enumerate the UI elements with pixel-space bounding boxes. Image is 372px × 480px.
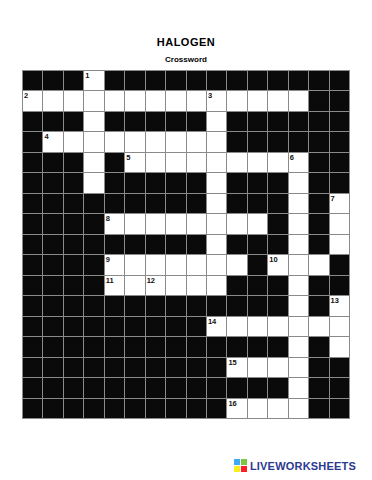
- cell-r16c6: [125, 378, 144, 397]
- cell-r6c4[interactable]: [84, 173, 103, 192]
- cell-r7c15: [309, 194, 328, 213]
- cell-r13c15[interactable]: [309, 317, 328, 336]
- cell-r4c1: [23, 132, 42, 151]
- cell-r7c4: [84, 194, 103, 213]
- cell-r8c15: [309, 214, 328, 233]
- cell-r10c6[interactable]: [125, 255, 144, 274]
- cell-r12c4: [84, 296, 103, 315]
- cell-r6c7: [146, 173, 165, 192]
- cell-r13c2: [43, 317, 62, 336]
- cell-r17c16: [330, 399, 349, 418]
- clue-number-15: 15: [228, 358, 236, 367]
- cell-r9c15: [309, 235, 328, 254]
- cell-r6c15: [309, 173, 328, 192]
- cell-r15c12[interactable]: [248, 358, 267, 377]
- cell-r11c2: [43, 276, 62, 295]
- cell-r9c10[interactable]: [207, 235, 226, 254]
- cell-r15c6: [125, 358, 144, 377]
- cell-r12c11: [227, 296, 246, 315]
- cell-r8c3: [64, 214, 83, 233]
- cell-r3c11: [227, 112, 246, 131]
- cell-r14c8: [166, 337, 185, 356]
- cell-r10c9[interactable]: [187, 255, 206, 274]
- cell-r5c10[interactable]: [207, 153, 226, 172]
- cell-r5c1: [23, 153, 42, 172]
- cell-r2c2[interactable]: [43, 91, 62, 110]
- cell-r16c3: [64, 378, 83, 397]
- cell-r8c13: [268, 214, 287, 233]
- cell-r1c12: [248, 71, 267, 90]
- cell-r9c2: [43, 235, 62, 254]
- clue-number-8: 8: [106, 214, 110, 223]
- cell-r11c8[interactable]: [166, 276, 185, 295]
- cell-r12c14[interactable]: [289, 296, 308, 315]
- liveworksheets-logo-icon: [234, 459, 247, 472]
- cell-r4c14: [289, 132, 308, 151]
- clue-number-11: 11: [106, 276, 114, 285]
- cell-r6c1: [23, 173, 42, 192]
- cell-r15c15: [309, 358, 328, 377]
- cell-r4c9[interactable]: [187, 132, 206, 151]
- cell-r17c8: [166, 399, 185, 418]
- cell-r3c1: [23, 112, 42, 131]
- cell-r1c7: [146, 71, 165, 90]
- cell-r14c3: [64, 337, 83, 356]
- cell-r8c5[interactable]: 8: [105, 214, 124, 233]
- cell-r2c11[interactable]: [227, 91, 246, 110]
- cell-r17c13[interactable]: [268, 399, 287, 418]
- cell-r9c7: [146, 235, 165, 254]
- cell-r14c5: [105, 337, 124, 356]
- clue-number-14: 14: [208, 317, 216, 326]
- cell-r11c12: [248, 276, 267, 295]
- cell-r12c5: [105, 296, 124, 315]
- cell-r14c11: [227, 337, 246, 356]
- cell-r5c16: [330, 153, 349, 172]
- cell-r15c13[interactable]: [268, 358, 287, 377]
- cell-r11c15: [309, 276, 328, 295]
- cell-r17c11[interactable]: 16: [227, 399, 246, 418]
- cell-r14c12: [248, 337, 267, 356]
- cell-r8c9[interactable]: [187, 214, 206, 233]
- cell-r6c2: [43, 173, 62, 192]
- cell-r15c5: [105, 358, 124, 377]
- cell-r1c5: [105, 71, 124, 90]
- cell-r5c13[interactable]: [268, 153, 287, 172]
- cell-r2c14[interactable]: [289, 91, 308, 110]
- cell-r15c1: [23, 358, 42, 377]
- cell-r5c3: [64, 153, 83, 172]
- clue-number-2: 2: [24, 91, 28, 100]
- logo-quadrant-2: [234, 466, 240, 472]
- cell-r12c15: [309, 296, 328, 315]
- cell-r4c12: [248, 132, 267, 151]
- cell-r4c8[interactable]: [166, 132, 185, 151]
- cell-r15c2: [43, 358, 62, 377]
- cell-r5c8[interactable]: [166, 153, 185, 172]
- cell-r7c16[interactable]: 7: [330, 194, 349, 213]
- cell-r5c4[interactable]: [84, 153, 103, 172]
- clue-number-7: 7: [331, 194, 335, 203]
- cell-r6c11: [227, 173, 246, 192]
- cell-r16c9: [187, 378, 206, 397]
- cell-r17c3: [64, 399, 83, 418]
- cell-r9c9: [187, 235, 206, 254]
- cell-r12c8: [166, 296, 185, 315]
- cell-r11c13: [268, 276, 287, 295]
- cell-r2c5[interactable]: [105, 91, 124, 110]
- cell-r1c13: [268, 71, 287, 90]
- cell-r1c15: [309, 71, 328, 90]
- cell-r15c9: [187, 358, 206, 377]
- cell-r12c9: [187, 296, 206, 315]
- cell-r13c5: [105, 317, 124, 336]
- cell-r7c2: [43, 194, 62, 213]
- cell-r8c2: [43, 214, 62, 233]
- cell-r10c12: [248, 255, 267, 274]
- cell-r4c10[interactable]: [207, 132, 226, 151]
- cell-r4c11: [227, 132, 246, 151]
- cell-r8c6[interactable]: [125, 214, 144, 233]
- cell-r13c9: [187, 317, 206, 336]
- cell-r3c5: [105, 112, 124, 131]
- clue-number-5: 5: [126, 153, 130, 162]
- cell-r4c4[interactable]: [84, 132, 103, 151]
- cell-r10c5[interactable]: 9: [105, 255, 124, 274]
- cell-r7c7: [146, 194, 165, 213]
- cell-r17c1: [23, 399, 42, 418]
- cell-r7c8: [166, 194, 185, 213]
- page-title: HALOGEN: [0, 36, 372, 48]
- cell-r9c14[interactable]: [289, 235, 308, 254]
- cell-r8c16[interactable]: [330, 214, 349, 233]
- cell-r4c7[interactable]: [146, 132, 165, 151]
- clue-number-1: 1: [85, 71, 89, 80]
- cell-r7c1: [23, 194, 42, 213]
- cell-r7c11: [227, 194, 246, 213]
- cell-r10c14[interactable]: [289, 255, 308, 274]
- brand-footer: LIVEWORKSHEETS: [234, 459, 356, 472]
- clue-number-4: 4: [44, 132, 48, 141]
- cell-r11c3: [64, 276, 83, 295]
- cell-r12c1: [23, 296, 42, 315]
- cell-r15c8: [166, 358, 185, 377]
- cell-r15c11[interactable]: 15: [227, 358, 246, 377]
- cell-r10c2: [43, 255, 62, 274]
- cell-r10c15[interactable]: [309, 255, 328, 274]
- cell-r7c13: [268, 194, 287, 213]
- cell-r17c2: [43, 399, 62, 418]
- brand-text: LIVEWORKSHEETS: [250, 460, 356, 472]
- cell-r6c5: [105, 173, 124, 192]
- cell-r7c3: [64, 194, 83, 213]
- cell-r6c12: [248, 173, 267, 192]
- cell-r4c15: [309, 132, 328, 151]
- cell-r9c12: [248, 235, 267, 254]
- cell-r7c6: [125, 194, 144, 213]
- cell-r4c6[interactable]: [125, 132, 144, 151]
- cell-r13c10[interactable]: 14: [207, 317, 226, 336]
- cell-r2c7[interactable]: [146, 91, 165, 110]
- cell-r10c10[interactable]: [207, 255, 226, 274]
- cell-r9c6: [125, 235, 144, 254]
- cell-r5c14[interactable]: 6: [289, 153, 308, 172]
- cell-r11c6[interactable]: [125, 276, 144, 295]
- cell-r2c10[interactable]: 3: [207, 91, 226, 110]
- cell-r1c10: [207, 71, 226, 90]
- logo-quadrant-3: [241, 466, 247, 472]
- logo-quadrant-1: [241, 459, 247, 465]
- cell-r5c9[interactable]: [187, 153, 206, 172]
- cell-r2c16: [330, 91, 349, 110]
- cell-r1c16: [330, 71, 349, 90]
- cell-r6c6: [125, 173, 144, 192]
- cell-r14c7: [146, 337, 165, 356]
- cell-r16c1: [23, 378, 42, 397]
- cell-r14c4: [84, 337, 103, 356]
- cell-r13c4: [84, 317, 103, 336]
- cell-r13c13[interactable]: [268, 317, 287, 336]
- cell-r1c14: [289, 71, 308, 90]
- cell-r12c6: [125, 296, 144, 315]
- cell-r11c5[interactable]: 11: [105, 276, 124, 295]
- cell-r7c5: [105, 194, 124, 213]
- cell-r17c5: [105, 399, 124, 418]
- cell-r15c7: [146, 358, 165, 377]
- cell-r16c14[interactable]: [289, 378, 308, 397]
- cell-r16c10: [207, 378, 226, 397]
- cell-r2c9[interactable]: [187, 91, 206, 110]
- cell-r9c8: [166, 235, 185, 254]
- cell-r2c15: [309, 91, 328, 110]
- cell-r2c1[interactable]: 2: [23, 91, 42, 110]
- clue-number-16: 16: [228, 399, 236, 408]
- cell-r6c13: [268, 173, 287, 192]
- cell-r3c16: [330, 112, 349, 131]
- cell-r11c10[interactable]: [207, 276, 226, 295]
- cell-r12c12: [248, 296, 267, 315]
- cell-r8c4: [84, 214, 103, 233]
- cell-r13c14[interactable]: [289, 317, 308, 336]
- cell-r16c8: [166, 378, 185, 397]
- cell-r3c3: [64, 112, 83, 131]
- cell-r3c2: [43, 112, 62, 131]
- cell-r4c3[interactable]: [64, 132, 83, 151]
- cell-r3c14: [289, 112, 308, 131]
- cell-r4c5[interactable]: [105, 132, 124, 151]
- cell-r1c9: [187, 71, 206, 90]
- cell-r17c12[interactable]: [248, 399, 267, 418]
- cell-r8c7[interactable]: [146, 214, 165, 233]
- cell-r12c16[interactable]: 13: [330, 296, 349, 315]
- cell-r5c15: [309, 153, 328, 172]
- clue-number-9: 9: [106, 255, 110, 264]
- cell-r11c7[interactable]: 12: [146, 276, 165, 295]
- cell-r9c3: [64, 235, 83, 254]
- cell-r3c15: [309, 112, 328, 131]
- cell-r1c3: [64, 71, 83, 90]
- cell-r8c14[interactable]: [289, 214, 308, 233]
- cell-r10c1: [23, 255, 42, 274]
- cell-r5c5: [105, 153, 124, 172]
- cell-r17c7: [146, 399, 165, 418]
- cell-r2c8[interactable]: [166, 91, 185, 110]
- page-subtitle: Crossword: [0, 55, 372, 64]
- cell-r14c16[interactable]: [330, 337, 349, 356]
- cell-r13c11[interactable]: [227, 317, 246, 336]
- cell-r1c8: [166, 71, 185, 90]
- cell-r3c12: [248, 112, 267, 131]
- cell-r14c14[interactable]: [289, 337, 308, 356]
- cell-r3c8: [166, 112, 185, 131]
- cell-r16c13: [268, 378, 287, 397]
- cell-r7c9: [187, 194, 206, 213]
- cell-r10c8[interactable]: [166, 255, 185, 274]
- cell-r11c9[interactable]: [187, 276, 206, 295]
- cell-r10c13[interactable]: 10: [268, 255, 287, 274]
- cell-r16c12: [248, 378, 267, 397]
- cell-r15c14[interactable]: [289, 358, 308, 377]
- cell-r9c16[interactable]: [330, 235, 349, 254]
- worksheet-page: HALOGEN Crossword 1234567891011121314151…: [0, 0, 372, 480]
- cell-r1c4[interactable]: 1: [84, 71, 103, 90]
- cell-r15c16: [330, 358, 349, 377]
- cell-r14c10: [207, 337, 226, 356]
- cell-r7c10[interactable]: [207, 194, 226, 213]
- cell-r11c14[interactable]: [289, 276, 308, 295]
- clue-number-13: 13: [331, 296, 339, 305]
- cell-r16c15: [309, 378, 328, 397]
- cell-r12c2: [43, 296, 62, 315]
- cell-r2c6[interactable]: [125, 91, 144, 110]
- cell-r7c14[interactable]: [289, 194, 308, 213]
- cell-r5c7[interactable]: [146, 153, 165, 172]
- cell-r8c10[interactable]: [207, 214, 226, 233]
- cell-r11c1: [23, 276, 42, 295]
- cell-r12c10: [207, 296, 226, 315]
- cell-r9c5: [105, 235, 124, 254]
- cell-r14c9: [187, 337, 206, 356]
- cell-r1c11: [227, 71, 246, 90]
- cell-r1c2: [43, 71, 62, 90]
- cell-r14c6: [125, 337, 144, 356]
- cell-r5c6[interactable]: 5: [125, 153, 144, 172]
- cell-r9c1: [23, 235, 42, 254]
- cell-r16c2: [43, 378, 62, 397]
- cell-r17c14[interactable]: [289, 399, 308, 418]
- cell-r13c1: [23, 317, 42, 336]
- cell-r14c15: [309, 337, 328, 356]
- cell-r16c4: [84, 378, 103, 397]
- cell-r14c2: [43, 337, 62, 356]
- cell-r17c9: [187, 399, 206, 418]
- cell-r10c7[interactable]: [146, 255, 165, 274]
- cell-r5c12[interactable]: [248, 153, 267, 172]
- cell-r3c13: [268, 112, 287, 131]
- cell-r13c8: [166, 317, 185, 336]
- cell-r11c11: [227, 276, 246, 295]
- cell-r7c12: [248, 194, 267, 213]
- cell-r10c3: [64, 255, 83, 274]
- cell-r16c16: [330, 378, 349, 397]
- cell-r6c9: [187, 173, 206, 192]
- cell-r13c12[interactable]: [248, 317, 267, 336]
- cell-r11c4: [84, 276, 103, 295]
- cell-r14c1: [23, 337, 42, 356]
- cell-r8c8[interactable]: [166, 214, 185, 233]
- cell-r6c3: [64, 173, 83, 192]
- cell-r12c7: [146, 296, 165, 315]
- cell-r9c11: [227, 235, 246, 254]
- logo-quadrant-0: [234, 459, 240, 465]
- cell-r13c16[interactable]: [330, 317, 349, 336]
- cell-r2c12[interactable]: [248, 91, 267, 110]
- cell-r8c12[interactable]: [248, 214, 267, 233]
- cell-r15c4: [84, 358, 103, 377]
- cell-r9c4: [84, 235, 103, 254]
- cell-r4c16: [330, 132, 349, 151]
- crossword-grid: 12345678910111213141516: [22, 70, 350, 419]
- cell-r12c13: [268, 296, 287, 315]
- cell-r14c13: [268, 337, 287, 356]
- cell-r13c7: [146, 317, 165, 336]
- cell-r17c4: [84, 399, 103, 418]
- cell-r3c10[interactable]: [207, 112, 226, 131]
- cell-r5c2: [43, 153, 62, 172]
- cell-r9c13: [268, 235, 287, 254]
- cell-r2c4[interactable]: [84, 91, 103, 110]
- cell-r10c4: [84, 255, 103, 274]
- cell-r16c7: [146, 378, 165, 397]
- cell-r3c9: [187, 112, 206, 131]
- cell-r6c14[interactable]: [289, 173, 308, 192]
- cell-r16c11: [227, 378, 246, 397]
- clue-number-12: 12: [147, 276, 155, 285]
- cell-r3c7: [146, 112, 165, 131]
- cell-r5c11[interactable]: [227, 153, 246, 172]
- cell-r13c3: [64, 317, 83, 336]
- cell-r4c2[interactable]: 4: [43, 132, 62, 151]
- clue-number-6: 6: [290, 153, 294, 162]
- cell-r6c16: [330, 173, 349, 192]
- cell-r3c4[interactable]: [84, 112, 103, 131]
- cell-r8c11[interactable]: [227, 214, 246, 233]
- cell-r17c6: [125, 399, 144, 418]
- cell-r15c3: [64, 358, 83, 377]
- cell-r13c6: [125, 317, 144, 336]
- cell-r2c3[interactable]: [64, 91, 83, 110]
- cell-r4c13: [268, 132, 287, 151]
- cell-r17c10: [207, 399, 226, 418]
- cell-r10c11[interactable]: [227, 255, 246, 274]
- cell-r6c10[interactable]: [207, 173, 226, 192]
- cell-r15c10: [207, 358, 226, 377]
- cell-r12c3: [64, 296, 83, 315]
- cell-r3c6: [125, 112, 144, 131]
- clue-number-10: 10: [269, 255, 277, 264]
- clue-number-3: 3: [208, 91, 212, 100]
- cell-r2c13[interactable]: [268, 91, 287, 110]
- cell-r1c6: [125, 71, 144, 90]
- cell-r10c16: [330, 255, 349, 274]
- cell-r1c1: [23, 71, 42, 90]
- cell-r17c15: [309, 399, 328, 418]
- cell-r6c8: [166, 173, 185, 192]
- cell-r11c16: [330, 276, 349, 295]
- cell-r8c1: [23, 214, 42, 233]
- cell-r16c5: [105, 378, 124, 397]
